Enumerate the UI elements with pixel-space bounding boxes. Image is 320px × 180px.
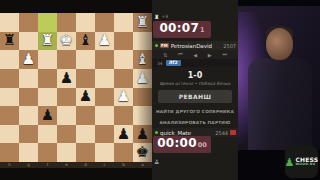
stream-frame: ♜♜♜♚♝♟♟♝♟♟♟♟♟♟♟♚ h g f e d c b a ♜ +4 00…: [0, 0, 320, 180]
board-square[interactable]: [114, 106, 133, 125]
board-square[interactable]: [38, 69, 57, 88]
online-dot: [155, 131, 158, 134]
board-top-letterbox: [0, 0, 152, 13]
white-bishop[interactable]: ♝: [133, 50, 152, 69]
board-square[interactable]: ♟: [114, 125, 133, 144]
online-dot: [155, 44, 158, 47]
board-square[interactable]: [95, 69, 114, 88]
white-pawn[interactable]: ♟: [19, 50, 38, 69]
last-move-icon[interactable]: ⏭: [222, 51, 227, 58]
clock-bottom-fraction: 00: [198, 141, 207, 149]
player-row-top: FM PetrosianDavid 2507: [152, 41, 238, 50]
board-bottom-letterbox: [0, 168, 152, 180]
board-square[interactable]: ♟: [38, 106, 57, 125]
white-pawn[interactable]: ♟: [95, 32, 114, 51]
new-opponent-button[interactable]: НАЙТИ ДРУГОГО СОПЕРНИКА: [152, 109, 238, 114]
streamer-torso: [248, 58, 312, 150]
board-grid[interactable]: ♜♜♜♚♝♟♟♝♟♟♟♟♟♟♟♚: [0, 13, 152, 162]
board-square[interactable]: [95, 106, 114, 125]
black-bishop[interactable]: ♝: [76, 32, 95, 51]
board-square[interactable]: [114, 13, 133, 32]
board-square[interactable]: [114, 50, 133, 69]
board-square[interactable]: [0, 50, 19, 69]
board-square[interactable]: [76, 125, 95, 144]
board-square[interactable]: [57, 88, 76, 107]
board-square[interactable]: [0, 88, 19, 107]
streamer-face: [266, 28, 293, 60]
board-square[interactable]: [0, 69, 19, 88]
captured-pieces-bottom: ♙: [154, 157, 159, 165]
board-square[interactable]: [0, 125, 19, 144]
white-pawn[interactable]: ♟: [114, 88, 133, 107]
board-square[interactable]: [133, 106, 152, 125]
next-move-icon[interactable]: ▶: [208, 52, 212, 58]
board-square[interactable]: [38, 50, 57, 69]
captured-rook-icon: ♜: [154, 13, 159, 20]
board-square[interactable]: [57, 125, 76, 144]
black-pawn[interactable]: ♟: [57, 69, 76, 88]
board-square[interactable]: [76, 13, 95, 32]
webcam-feed: [238, 6, 320, 150]
game-controls: ⇅ ⏮ ◀ ▶ ⏭: [152, 50, 238, 59]
prev-move-icon[interactable]: ◀: [193, 52, 197, 58]
board-square[interactable]: ♝: [76, 32, 95, 51]
green-pawn-icon: ♟: [285, 157, 295, 168]
board-square[interactable]: ♟: [133, 69, 152, 88]
board-square[interactable]: [19, 69, 38, 88]
board-square[interactable]: [76, 143, 95, 162]
board-square[interactable]: [19, 13, 38, 32]
board-square[interactable]: [19, 143, 38, 162]
board-square[interactable]: [76, 106, 95, 125]
board-square[interactable]: ♜: [38, 32, 57, 51]
title-badge: FM: [160, 43, 169, 48]
board-square[interactable]: [95, 88, 114, 107]
player-name-top[interactable]: PetrosianDavid: [171, 43, 222, 49]
logo-line2: WOOD.RU: [295, 163, 318, 166]
clock-top-time: 00:07: [159, 21, 199, 35]
board-square[interactable]: ♚: [57, 32, 76, 51]
board-square[interactable]: [57, 13, 76, 32]
player-name-bottom[interactable]: quick_Mate: [160, 130, 213, 136]
board-square[interactable]: [133, 88, 152, 107]
black-pawn[interactable]: ♟: [114, 125, 133, 144]
black-pawn[interactable]: ♟: [76, 88, 95, 107]
result-reason: Время истекло • Победа белых: [152, 81, 238, 86]
white-rook[interactable]: ♜: [38, 32, 57, 51]
board-square[interactable]: ♟: [95, 32, 114, 51]
player-rating-top: 2507: [223, 43, 236, 49]
white-king[interactable]: ♚: [57, 32, 76, 51]
board-square[interactable]: [0, 143, 19, 162]
channel-logo: ♟ CHESS WOOD.RU: [285, 146, 318, 178]
clock-top-fraction: 1: [200, 26, 205, 34]
game-result: 1-0: [152, 71, 238, 80]
board-square[interactable]: [38, 125, 57, 144]
board-square[interactable]: ♟: [133, 125, 152, 144]
captured-pawn-icon: ♙: [154, 158, 159, 165]
board-square[interactable]: [133, 32, 152, 51]
board-square[interactable]: ♜: [0, 32, 19, 51]
current-move-chip[interactable]: Лf2: [166, 60, 181, 66]
rematch-button[interactable]: РЕВАНШ: [158, 90, 232, 103]
board-square[interactable]: [19, 32, 38, 51]
black-rook[interactable]: ♜: [0, 32, 19, 51]
chess-board[interactable]: ♜♜♜♚♝♟♟♝♟♟♟♟♟♟♟♚: [0, 13, 152, 162]
move-list-row: 34 Лf2: [152, 59, 238, 67]
board-square[interactable]: [0, 13, 19, 32]
material-advantage: +4: [161, 14, 168, 19]
analyze-game-button[interactable]: АНАЛИЗИРОВАТЬ ПАРТИЮ: [152, 120, 238, 125]
white-pawn[interactable]: ♟: [133, 69, 152, 88]
white-rook[interactable]: ♜: [133, 13, 152, 32]
board-square[interactable]: [57, 106, 76, 125]
clock-top-player: 00:07 1: [153, 21, 211, 38]
board-square[interactable]: ♟: [57, 69, 76, 88]
rating-change-badge: [230, 130, 236, 135]
board-square[interactable]: [95, 125, 114, 144]
board-square[interactable]: [95, 50, 114, 69]
board-square[interactable]: [19, 125, 38, 144]
clock-bottom-time: 00:00: [157, 136, 197, 150]
logo-text: CHESS WOOD.RU: [295, 157, 318, 166]
clock-bottom-player: 00:00 00: [153, 136, 211, 153]
board-square[interactable]: [95, 13, 114, 32]
board-square[interactable]: [19, 106, 38, 125]
player-rating-bottom: 2544: [215, 130, 228, 136]
board-square[interactable]: [114, 69, 133, 88]
board-square[interactable]: [114, 143, 133, 162]
first-move-icon[interactable]: ⏮: [178, 51, 183, 58]
black-pawn[interactable]: ♟: [38, 106, 57, 125]
board-square[interactable]: ♟: [76, 88, 95, 107]
board-square[interactable]: [38, 13, 57, 32]
board-square[interactable]: [114, 32, 133, 51]
board-square[interactable]: ♟: [114, 88, 133, 107]
captured-pieces-top: ♜ +4: [154, 12, 168, 20]
black-pawn[interactable]: ♟: [133, 125, 152, 144]
board-square[interactable]: ♟: [19, 50, 38, 69]
flip-board-icon[interactable]: ⇅: [163, 52, 167, 58]
board-square[interactable]: ♜: [133, 13, 152, 32]
board-square[interactable]: ♚: [133, 143, 152, 162]
board-square[interactable]: [76, 50, 95, 69]
board-square[interactable]: [0, 106, 19, 125]
move-number: 34: [157, 61, 163, 66]
board-square[interactable]: [19, 88, 38, 107]
board-square[interactable]: ♝: [133, 50, 152, 69]
board-square[interactable]: [38, 88, 57, 107]
game-panel: ♜ +4 00:07 1 FM PetrosianDavid 2507 ⇅ ⏮ …: [152, 0, 238, 180]
board-square[interactable]: [38, 143, 57, 162]
board-square[interactable]: [76, 69, 95, 88]
board-square[interactable]: [95, 143, 114, 162]
black-king[interactable]: ♚: [133, 143, 152, 162]
board-square[interactable]: [57, 50, 76, 69]
board-square[interactable]: [57, 143, 76, 162]
